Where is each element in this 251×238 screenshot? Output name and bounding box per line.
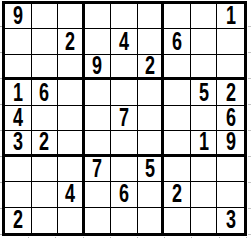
- cell-r5c6[interactable]: [138, 106, 165, 131]
- cell-r3c4[interactable]: 9: [85, 55, 112, 80]
- cell-r4c2[interactable]: 6: [32, 80, 59, 105]
- given-digit: 2: [65, 29, 75, 54]
- given-digit: 2: [39, 131, 49, 155]
- cell-r1c5[interactable]: [111, 4, 138, 29]
- cell-r5c8[interactable]: [191, 106, 218, 131]
- cell-r6c2[interactable]: 2: [32, 131, 59, 156]
- cell-r5c3[interactable]: [58, 106, 85, 131]
- cell-r1c9[interactable]: 1: [217, 4, 244, 29]
- given-digit: 1: [226, 4, 236, 29]
- spreadsheet-gridline-stubs-bottom: [2, 237, 247, 238]
- cell-r6c4[interactable]: [85, 131, 112, 156]
- cell-r8c7[interactable]: 2: [164, 182, 191, 207]
- cell-r4c1[interactable]: 1: [5, 80, 32, 105]
- spreadsheet-gridline-stubs-left: [0, 1, 2, 236]
- given-digit: 2: [172, 182, 182, 207]
- cell-r7c3[interactable]: [58, 157, 85, 182]
- cell-r9c6[interactable]: [138, 208, 165, 233]
- cell-r6c3[interactable]: [58, 131, 85, 156]
- given-digit: 5: [199, 80, 209, 105]
- cell-r3c5[interactable]: [111, 55, 138, 80]
- cell-r8c3[interactable]: 4: [58, 182, 85, 207]
- cell-r3c1[interactable]: [5, 55, 32, 80]
- cell-r4c9[interactable]: 2: [217, 80, 244, 105]
- cell-r5c5[interactable]: 7: [111, 106, 138, 131]
- given-digit: 9: [226, 131, 236, 155]
- cell-r2c1[interactable]: [5, 29, 32, 54]
- given-digit: 6: [39, 80, 49, 105]
- given-digit: 1: [13, 80, 23, 105]
- cell-r5c7[interactable]: [164, 106, 191, 131]
- cell-r9c1[interactable]: 2: [5, 208, 32, 233]
- cell-r1c8[interactable]: [191, 4, 218, 29]
- cell-r9c7[interactable]: [164, 208, 191, 233]
- cell-r8c8[interactable]: [191, 182, 218, 207]
- given-digit: 6: [172, 29, 182, 54]
- cell-r5c4[interactable]: [85, 106, 112, 131]
- given-digit: 6: [119, 182, 129, 207]
- given-digit: 3: [226, 208, 236, 233]
- given-digit: 4: [13, 106, 23, 131]
- cell-r3c2[interactable]: [32, 55, 59, 80]
- cell-r8c4[interactable]: [85, 182, 112, 207]
- cell-r7c2[interactable]: [32, 157, 59, 182]
- cell-r4c8[interactable]: 5: [191, 80, 218, 105]
- cell-r1c2[interactable]: [32, 4, 59, 29]
- cell-r5c2[interactable]: [32, 106, 59, 131]
- cell-r9c4[interactable]: [85, 208, 112, 233]
- cell-r1c1[interactable]: 9: [5, 4, 32, 29]
- cell-r6c1[interactable]: 3: [5, 131, 32, 156]
- cell-r9c3[interactable]: [58, 208, 85, 233]
- spreadsheet-gridline-stubs-right: [248, 1, 251, 236]
- cell-r9c2[interactable]: [32, 208, 59, 233]
- cell-r3c7[interactable]: [164, 55, 191, 80]
- cell-r5c1[interactable]: 4: [5, 106, 32, 131]
- cell-r1c3[interactable]: [58, 4, 85, 29]
- sudoku-board: 9124692165247632197546223: [2, 1, 247, 236]
- cell-r3c6[interactable]: 2: [138, 55, 165, 80]
- given-digit: 4: [65, 182, 75, 207]
- cell-r7c5[interactable]: [111, 157, 138, 182]
- cell-r7c7[interactable]: [164, 157, 191, 182]
- given-digit: 7: [119, 106, 129, 131]
- cell-r7c1[interactable]: [5, 157, 32, 182]
- cell-r6c5[interactable]: [111, 131, 138, 156]
- given-digit: 5: [145, 157, 155, 182]
- given-digit: 3: [13, 131, 23, 155]
- cell-r2c7[interactable]: 6: [164, 29, 191, 54]
- cell-r2c5[interactable]: 4: [111, 29, 138, 54]
- cell-r2c3[interactable]: 2: [58, 29, 85, 54]
- cell-r9c8[interactable]: [191, 208, 218, 233]
- cell-r7c4[interactable]: 7: [85, 157, 112, 182]
- cell-r8c9[interactable]: [217, 182, 244, 207]
- cell-r9c5[interactable]: [111, 208, 138, 233]
- given-digit: 2: [145, 55, 155, 79]
- cell-r6c9[interactable]: 9: [217, 131, 244, 156]
- given-digit: 9: [13, 4, 23, 29]
- cell-r8c5[interactable]: 6: [111, 182, 138, 207]
- given-digit: 2: [226, 80, 236, 105]
- cell-r8c2[interactable]: [32, 182, 59, 207]
- cell-r4c4[interactable]: [85, 80, 112, 105]
- cell-r4c3[interactable]: [58, 80, 85, 105]
- cell-r1c4[interactable]: [85, 4, 112, 29]
- cell-r4c5[interactable]: [111, 80, 138, 105]
- cell-r7c9[interactable]: [217, 157, 244, 182]
- cell-r7c8[interactable]: [191, 157, 218, 182]
- cell-r6c6[interactable]: [138, 131, 165, 156]
- cell-r8c6[interactable]: [138, 182, 165, 207]
- cell-r2c4[interactable]: [85, 29, 112, 54]
- cell-r1c6[interactable]: [138, 4, 165, 29]
- given-digit: 4: [119, 29, 129, 54]
- cell-r3c3[interactable]: [58, 55, 85, 80]
- cell-r3c8[interactable]: [191, 55, 218, 80]
- cell-r7c6[interactable]: 5: [138, 157, 165, 182]
- cell-r8c1[interactable]: [5, 182, 32, 207]
- given-digit: 6: [226, 106, 236, 131]
- given-digit: 9: [92, 55, 102, 79]
- given-digit: 7: [92, 157, 102, 182]
- cell-r6c7[interactable]: [164, 131, 191, 156]
- cell-r2c6[interactable]: [138, 29, 165, 54]
- cell-r5c9[interactable]: 6: [217, 106, 244, 131]
- cell-r1c7[interactable]: [164, 4, 191, 29]
- cell-r3c9[interactable]: [217, 55, 244, 80]
- cell-r6c8[interactable]: 1: [191, 131, 218, 156]
- cell-r4c6[interactable]: [138, 80, 165, 105]
- given-digit: 2: [13, 208, 23, 233]
- cell-r4c7[interactable]: [164, 80, 191, 105]
- cell-r9c9[interactable]: 3: [217, 208, 244, 233]
- cell-r2c2[interactable]: [32, 29, 59, 54]
- given-digit: 1: [199, 131, 209, 155]
- cell-r2c8[interactable]: [191, 29, 218, 54]
- cell-r2c9[interactable]: [217, 29, 244, 54]
